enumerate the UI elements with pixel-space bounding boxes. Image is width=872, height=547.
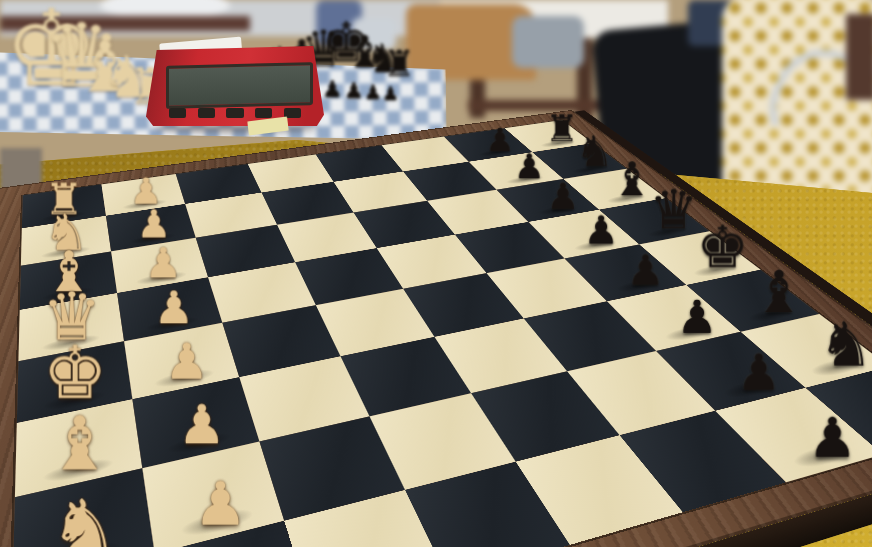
background-black-piece: ♟: [364, 82, 382, 102]
white-king[interactable]: ♚: [21, 336, 130, 408]
white-pawn[interactable]: ♟: [125, 285, 222, 330]
background-black-piece: ♟: [344, 80, 364, 102]
clock-button[interactable]: [255, 108, 272, 118]
background-black-piece: ♟: [322, 78, 343, 101]
white-knight[interactable]: ♞: [17, 489, 151, 547]
black-pawn[interactable]: ♟: [705, 347, 812, 397]
white-pawn[interactable]: ♟: [133, 337, 238, 386]
square-g2[interactable]: ♟: [142, 441, 284, 547]
black-pawn[interactable]: ♟: [559, 211, 643, 250]
white-bishop[interactable]: ♝: [19, 407, 139, 481]
square-f2[interactable]: ♟: [132, 377, 260, 468]
chess-scene: ♚♛♝♞♜♟♟♟♟♟♟ ♜♞♝♛♚♝♞♜♟♟♟♟♟♟♟ ♜♟♟♜♞♟♟♞♝♟♟♝…: [0, 0, 872, 547]
square-f6[interactable]: [523, 301, 656, 371]
clock-display: [166, 62, 313, 109]
black-pawn[interactable]: ♟: [600, 249, 690, 291]
square-g4[interactable]: [369, 393, 516, 489]
white-pawn[interactable]: ♟: [118, 242, 207, 284]
white-pawn[interactable]: ♟: [155, 474, 284, 534]
background-black-piece: ♟: [382, 84, 399, 103]
chess-clock[interactable]: [146, 46, 324, 126]
clock-button[interactable]: [198, 108, 215, 118]
black-pawn[interactable]: ♟: [774, 411, 872, 466]
white-pawn[interactable]: ♟: [143, 398, 259, 452]
clock-button[interactable]: [226, 108, 243, 118]
background-black-piece: ♜: [383, 46, 415, 82]
black-pawn[interactable]: ♟: [648, 294, 746, 340]
clock-button[interactable]: [169, 108, 186, 118]
